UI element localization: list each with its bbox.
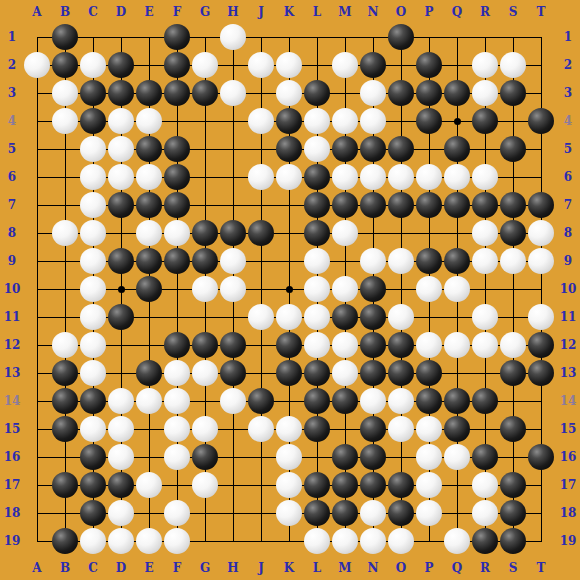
cell-E6[interactable] (135, 163, 163, 191)
cell-Q18[interactable] (443, 499, 471, 527)
cell-S2[interactable] (499, 51, 527, 79)
cell-Q7[interactable] (443, 191, 471, 219)
cell-A10[interactable] (23, 275, 51, 303)
cell-O11[interactable] (387, 303, 415, 331)
cell-E12[interactable] (135, 331, 163, 359)
cell-B6[interactable] (51, 163, 79, 191)
cell-N13[interactable] (359, 359, 387, 387)
cell-G8[interactable] (191, 219, 219, 247)
cell-J18[interactable] (247, 499, 275, 527)
cell-J19[interactable] (247, 527, 275, 555)
cell-A17[interactable] (23, 471, 51, 499)
cell-R6[interactable] (471, 163, 499, 191)
cell-J8[interactable] (247, 219, 275, 247)
cell-A19[interactable] (23, 527, 51, 555)
cell-B10[interactable] (51, 275, 79, 303)
cell-Q15[interactable] (443, 415, 471, 443)
cell-H13[interactable] (219, 359, 247, 387)
cell-H19[interactable] (219, 527, 247, 555)
cell-D9[interactable] (107, 247, 135, 275)
cell-Q16[interactable] (443, 443, 471, 471)
cell-R7[interactable] (471, 191, 499, 219)
cell-A5[interactable] (23, 135, 51, 163)
cell-S9[interactable] (499, 247, 527, 275)
cell-D11[interactable] (107, 303, 135, 331)
cell-C18[interactable] (79, 499, 107, 527)
cell-M10[interactable] (331, 275, 359, 303)
cell-H1[interactable] (219, 23, 247, 51)
cell-L6[interactable] (303, 163, 331, 191)
cell-F15[interactable] (163, 415, 191, 443)
cell-Q13[interactable] (443, 359, 471, 387)
cell-Q8[interactable] (443, 219, 471, 247)
cell-D18[interactable] (107, 499, 135, 527)
cell-D10[interactable] (107, 275, 135, 303)
cell-K19[interactable] (275, 527, 303, 555)
cell-L12[interactable] (303, 331, 331, 359)
cell-C10[interactable] (79, 275, 107, 303)
cell-C7[interactable] (79, 191, 107, 219)
cell-M3[interactable] (331, 79, 359, 107)
cell-N12[interactable] (359, 331, 387, 359)
cell-G14[interactable] (191, 387, 219, 415)
cell-N4[interactable] (359, 107, 387, 135)
cell-G16[interactable] (191, 443, 219, 471)
cell-J3[interactable] (247, 79, 275, 107)
cell-L13[interactable] (303, 359, 331, 387)
cell-M15[interactable] (331, 415, 359, 443)
cell-N16[interactable] (359, 443, 387, 471)
cell-T15[interactable] (527, 415, 555, 443)
cell-M4[interactable] (331, 107, 359, 135)
cell-L2[interactable] (303, 51, 331, 79)
cell-Q12[interactable] (443, 331, 471, 359)
cell-F9[interactable] (163, 247, 191, 275)
cell-A16[interactable] (23, 443, 51, 471)
cell-G10[interactable] (191, 275, 219, 303)
cell-O10[interactable] (387, 275, 415, 303)
cell-H2[interactable] (219, 51, 247, 79)
cell-A1[interactable] (23, 23, 51, 51)
cell-D15[interactable] (107, 415, 135, 443)
cell-L7[interactable] (303, 191, 331, 219)
cell-D5[interactable] (107, 135, 135, 163)
cell-O5[interactable] (387, 135, 415, 163)
cell-J1[interactable] (247, 23, 275, 51)
cell-M6[interactable] (331, 163, 359, 191)
cell-E1[interactable] (135, 23, 163, 51)
cell-H12[interactable] (219, 331, 247, 359)
cell-H3[interactable] (219, 79, 247, 107)
cell-G17[interactable] (191, 471, 219, 499)
cell-P4[interactable] (415, 107, 443, 135)
cell-S7[interactable] (499, 191, 527, 219)
cell-G13[interactable] (191, 359, 219, 387)
cell-R2[interactable] (471, 51, 499, 79)
cell-D17[interactable] (107, 471, 135, 499)
cell-E15[interactable] (135, 415, 163, 443)
cell-H6[interactable] (219, 163, 247, 191)
cell-O18[interactable] (387, 499, 415, 527)
cell-A6[interactable] (23, 163, 51, 191)
cell-Q2[interactable] (443, 51, 471, 79)
cell-K17[interactable] (275, 471, 303, 499)
cell-O4[interactable] (387, 107, 415, 135)
cell-G15[interactable] (191, 415, 219, 443)
cell-T9[interactable] (527, 247, 555, 275)
cell-M17[interactable] (331, 471, 359, 499)
cell-T14[interactable] (527, 387, 555, 415)
cell-R17[interactable] (471, 471, 499, 499)
cell-S18[interactable] (499, 499, 527, 527)
cell-K10[interactable] (275, 275, 303, 303)
cell-J16[interactable] (247, 443, 275, 471)
cell-H8[interactable] (219, 219, 247, 247)
cell-T2[interactable] (527, 51, 555, 79)
cell-J11[interactable] (247, 303, 275, 331)
cell-L8[interactable] (303, 219, 331, 247)
cell-S3[interactable] (499, 79, 527, 107)
cell-G6[interactable] (191, 163, 219, 191)
cell-F16[interactable] (163, 443, 191, 471)
cell-M18[interactable] (331, 499, 359, 527)
cell-K7[interactable] (275, 191, 303, 219)
cell-K4[interactable] (275, 107, 303, 135)
cell-G1[interactable] (191, 23, 219, 51)
cell-O13[interactable] (387, 359, 415, 387)
cell-G5[interactable] (191, 135, 219, 163)
cell-M19[interactable] (331, 527, 359, 555)
cell-B11[interactable] (51, 303, 79, 331)
cell-T12[interactable] (527, 331, 555, 359)
cell-A3[interactable] (23, 79, 51, 107)
cell-F8[interactable] (163, 219, 191, 247)
cell-E16[interactable] (135, 443, 163, 471)
cell-G12[interactable] (191, 331, 219, 359)
cell-T8[interactable] (527, 219, 555, 247)
cell-Q17[interactable] (443, 471, 471, 499)
cell-E11[interactable] (135, 303, 163, 331)
cell-L14[interactable] (303, 387, 331, 415)
cell-P2[interactable] (415, 51, 443, 79)
cell-E9[interactable] (135, 247, 163, 275)
cell-C9[interactable] (79, 247, 107, 275)
cell-B13[interactable] (51, 359, 79, 387)
cell-O9[interactable] (387, 247, 415, 275)
cell-H10[interactable] (219, 275, 247, 303)
cell-P9[interactable] (415, 247, 443, 275)
cell-T6[interactable] (527, 163, 555, 191)
cell-E19[interactable] (135, 527, 163, 555)
cell-K2[interactable] (275, 51, 303, 79)
cell-B2[interactable] (51, 51, 79, 79)
cell-Q11[interactable] (443, 303, 471, 331)
cell-N8[interactable] (359, 219, 387, 247)
cell-F1[interactable] (163, 23, 191, 51)
cell-B16[interactable] (51, 443, 79, 471)
cell-C6[interactable] (79, 163, 107, 191)
cell-J9[interactable] (247, 247, 275, 275)
cell-N1[interactable] (359, 23, 387, 51)
cell-S5[interactable] (499, 135, 527, 163)
cell-B18[interactable] (51, 499, 79, 527)
cell-H4[interactable] (219, 107, 247, 135)
cell-B15[interactable] (51, 415, 79, 443)
cell-C17[interactable] (79, 471, 107, 499)
cell-K8[interactable] (275, 219, 303, 247)
cell-O8[interactable] (387, 219, 415, 247)
cell-A9[interactable] (23, 247, 51, 275)
cell-K16[interactable] (275, 443, 303, 471)
cell-L9[interactable] (303, 247, 331, 275)
cell-O7[interactable] (387, 191, 415, 219)
cell-K1[interactable] (275, 23, 303, 51)
cell-P15[interactable] (415, 415, 443, 443)
cell-T11[interactable] (527, 303, 555, 331)
cell-F6[interactable] (163, 163, 191, 191)
cell-B12[interactable] (51, 331, 79, 359)
cell-P13[interactable] (415, 359, 443, 387)
cell-R5[interactable] (471, 135, 499, 163)
cell-H11[interactable] (219, 303, 247, 331)
cell-K13[interactable] (275, 359, 303, 387)
cell-P17[interactable] (415, 471, 443, 499)
cell-Q9[interactable] (443, 247, 471, 275)
cell-S1[interactable] (499, 23, 527, 51)
cell-G3[interactable] (191, 79, 219, 107)
cell-L15[interactable] (303, 415, 331, 443)
cell-O14[interactable] (387, 387, 415, 415)
cell-A2[interactable] (23, 51, 51, 79)
cell-C13[interactable] (79, 359, 107, 387)
cell-D14[interactable] (107, 387, 135, 415)
cell-A14[interactable] (23, 387, 51, 415)
cell-Q4[interactable] (443, 107, 471, 135)
cell-A4[interactable] (23, 107, 51, 135)
cell-G2[interactable] (191, 51, 219, 79)
cell-N15[interactable] (359, 415, 387, 443)
cell-N17[interactable] (359, 471, 387, 499)
cell-R19[interactable] (471, 527, 499, 555)
cell-S6[interactable] (499, 163, 527, 191)
cell-E2[interactable] (135, 51, 163, 79)
cell-F11[interactable] (163, 303, 191, 331)
cell-O1[interactable] (387, 23, 415, 51)
cell-H16[interactable] (219, 443, 247, 471)
cell-Q10[interactable] (443, 275, 471, 303)
cell-G18[interactable] (191, 499, 219, 527)
cell-D6[interactable] (107, 163, 135, 191)
cell-E17[interactable] (135, 471, 163, 499)
cell-F3[interactable] (163, 79, 191, 107)
cell-C8[interactable] (79, 219, 107, 247)
cell-D4[interactable] (107, 107, 135, 135)
cell-F14[interactable] (163, 387, 191, 415)
cell-S10[interactable] (499, 275, 527, 303)
cell-S16[interactable] (499, 443, 527, 471)
cell-D2[interactable] (107, 51, 135, 79)
cell-O2[interactable] (387, 51, 415, 79)
cell-P11[interactable] (415, 303, 443, 331)
cell-J5[interactable] (247, 135, 275, 163)
cell-M2[interactable] (331, 51, 359, 79)
cell-R14[interactable] (471, 387, 499, 415)
cell-E4[interactable] (135, 107, 163, 135)
cell-L3[interactable] (303, 79, 331, 107)
cell-D13[interactable] (107, 359, 135, 387)
cell-N9[interactable] (359, 247, 387, 275)
cell-R16[interactable] (471, 443, 499, 471)
cell-N7[interactable] (359, 191, 387, 219)
cell-L18[interactable] (303, 499, 331, 527)
cell-T19[interactable] (527, 527, 555, 555)
cell-Q6[interactable] (443, 163, 471, 191)
cell-C14[interactable] (79, 387, 107, 415)
cell-H15[interactable] (219, 415, 247, 443)
cell-A8[interactable] (23, 219, 51, 247)
cell-L19[interactable] (303, 527, 331, 555)
cell-H14[interactable] (219, 387, 247, 415)
cell-R18[interactable] (471, 499, 499, 527)
cell-O6[interactable] (387, 163, 415, 191)
cell-C11[interactable] (79, 303, 107, 331)
cell-B7[interactable] (51, 191, 79, 219)
cell-M1[interactable] (331, 23, 359, 51)
cell-K14[interactable] (275, 387, 303, 415)
cell-K15[interactable] (275, 415, 303, 443)
cell-L17[interactable] (303, 471, 331, 499)
cell-H18[interactable] (219, 499, 247, 527)
cell-B3[interactable] (51, 79, 79, 107)
cell-O16[interactable] (387, 443, 415, 471)
cell-G9[interactable] (191, 247, 219, 275)
cell-S8[interactable] (499, 219, 527, 247)
cell-D19[interactable] (107, 527, 135, 555)
cell-A18[interactable] (23, 499, 51, 527)
cell-G7[interactable] (191, 191, 219, 219)
cell-F5[interactable] (163, 135, 191, 163)
cell-N14[interactable] (359, 387, 387, 415)
cell-K3[interactable] (275, 79, 303, 107)
cell-B4[interactable] (51, 107, 79, 135)
cell-J15[interactable] (247, 415, 275, 443)
cell-E13[interactable] (135, 359, 163, 387)
cell-R11[interactable] (471, 303, 499, 331)
cell-T7[interactable] (527, 191, 555, 219)
cell-C2[interactable] (79, 51, 107, 79)
cell-E10[interactable] (135, 275, 163, 303)
cell-J10[interactable] (247, 275, 275, 303)
cell-R4[interactable] (471, 107, 499, 135)
cell-F2[interactable] (163, 51, 191, 79)
cell-P12[interactable] (415, 331, 443, 359)
cell-N11[interactable] (359, 303, 387, 331)
cell-M9[interactable] (331, 247, 359, 275)
cell-B5[interactable] (51, 135, 79, 163)
cell-F19[interactable] (163, 527, 191, 555)
cell-P10[interactable] (415, 275, 443, 303)
cell-J12[interactable] (247, 331, 275, 359)
cell-O3[interactable] (387, 79, 415, 107)
cell-A7[interactable] (23, 191, 51, 219)
cell-E8[interactable] (135, 219, 163, 247)
cell-Q3[interactable] (443, 79, 471, 107)
cell-F4[interactable] (163, 107, 191, 135)
cell-Q19[interactable] (443, 527, 471, 555)
cell-B19[interactable] (51, 527, 79, 555)
cell-C19[interactable] (79, 527, 107, 555)
cell-T10[interactable] (527, 275, 555, 303)
cell-L4[interactable] (303, 107, 331, 135)
cell-P3[interactable] (415, 79, 443, 107)
cell-K18[interactable] (275, 499, 303, 527)
cell-N19[interactable] (359, 527, 387, 555)
cell-B1[interactable] (51, 23, 79, 51)
cell-G11[interactable] (191, 303, 219, 331)
cell-F12[interactable] (163, 331, 191, 359)
cell-P19[interactable] (415, 527, 443, 555)
cell-R10[interactable] (471, 275, 499, 303)
cell-C15[interactable] (79, 415, 107, 443)
cell-E3[interactable] (135, 79, 163, 107)
cell-L11[interactable] (303, 303, 331, 331)
cell-T13[interactable] (527, 359, 555, 387)
cell-L10[interactable] (303, 275, 331, 303)
cell-O15[interactable] (387, 415, 415, 443)
cell-M5[interactable] (331, 135, 359, 163)
cell-S11[interactable] (499, 303, 527, 331)
cell-T5[interactable] (527, 135, 555, 163)
cell-P7[interactable] (415, 191, 443, 219)
cell-C1[interactable] (79, 23, 107, 51)
cell-D8[interactable] (107, 219, 135, 247)
cell-K6[interactable] (275, 163, 303, 191)
cell-C12[interactable] (79, 331, 107, 359)
cell-J13[interactable] (247, 359, 275, 387)
cell-N6[interactable] (359, 163, 387, 191)
cell-N2[interactable] (359, 51, 387, 79)
cell-H7[interactable] (219, 191, 247, 219)
cell-N3[interactable] (359, 79, 387, 107)
cell-G4[interactable] (191, 107, 219, 135)
cell-G19[interactable] (191, 527, 219, 555)
cell-D1[interactable] (107, 23, 135, 51)
cell-Q14[interactable] (443, 387, 471, 415)
cell-P1[interactable] (415, 23, 443, 51)
cell-D3[interactable] (107, 79, 135, 107)
cell-F13[interactable] (163, 359, 191, 387)
cell-S4[interactable] (499, 107, 527, 135)
cell-D16[interactable] (107, 443, 135, 471)
cell-T18[interactable] (527, 499, 555, 527)
cell-P8[interactable] (415, 219, 443, 247)
cell-C3[interactable] (79, 79, 107, 107)
cell-D12[interactable] (107, 331, 135, 359)
cell-A13[interactable] (23, 359, 51, 387)
cell-M16[interactable] (331, 443, 359, 471)
cell-M8[interactable] (331, 219, 359, 247)
cell-A11[interactable] (23, 303, 51, 331)
cell-H5[interactable] (219, 135, 247, 163)
cell-E5[interactable] (135, 135, 163, 163)
cell-R1[interactable] (471, 23, 499, 51)
cell-A15[interactable] (23, 415, 51, 443)
cell-S15[interactable] (499, 415, 527, 443)
cell-M7[interactable] (331, 191, 359, 219)
cell-P14[interactable] (415, 387, 443, 415)
cell-S12[interactable] (499, 331, 527, 359)
cell-B8[interactable] (51, 219, 79, 247)
